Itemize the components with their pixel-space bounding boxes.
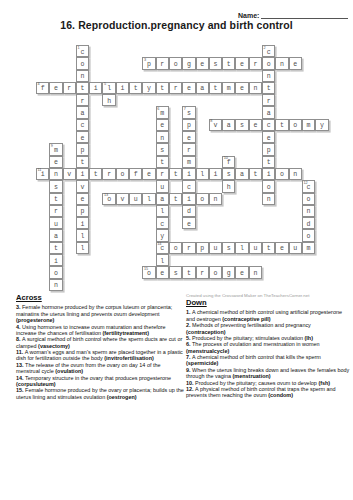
cell-letter: y <box>143 84 154 93</box>
cell-letter: v <box>64 170 75 179</box>
grid-cell-r16c14: s <box>222 242 235 254</box>
clue-item: 3. Female hormone produced by the corpus… <box>16 304 184 323</box>
cell-letter: r <box>263 97 274 106</box>
grid-cell-r11c3: v <box>76 180 89 192</box>
cell-letter: c <box>157 220 168 229</box>
grid-cell-r18c10: s <box>169 266 182 278</box>
grid-cell-r15c1: a <box>49 229 62 241</box>
clue-answer: (condom) <box>268 392 293 398</box>
grid-cell-r14c1: u <box>49 217 62 229</box>
grid-cell-r10c14: s <box>222 168 235 180</box>
cell-letter: t <box>170 170 181 179</box>
cell-letter: c <box>77 121 88 130</box>
cell-letter: v <box>210 121 221 130</box>
cell-letter: c <box>303 183 314 192</box>
down-clues-section: Down 1. A chemical method of birth contr… <box>186 299 350 399</box>
grid-cell-r13c20: n <box>302 205 315 217</box>
cell-letter: g <box>183 60 194 69</box>
clue-num-label: 12. <box>186 386 195 392</box>
cell-letter: h <box>223 183 234 192</box>
cell-letter: u <box>290 244 301 253</box>
grid-cell-r4c17: r <box>262 94 275 106</box>
cell-letter: t <box>50 195 61 204</box>
grid-cell-r1c15: e <box>235 57 248 69</box>
grid-cell-r7c3: e <box>76 131 89 143</box>
cell-letter: e <box>290 60 301 69</box>
cell-letter: i <box>183 195 194 204</box>
clue-item: 6. The process of ovulation and menstrua… <box>186 341 350 354</box>
clue-item: 1. A chemical method of birth control us… <box>186 309 350 322</box>
cell-letter: a <box>77 109 88 118</box>
grid-cell-r9c3: t <box>76 156 89 168</box>
clue-answer: (menstruation) <box>233 373 271 379</box>
grid-cell-r1c11: g <box>182 57 195 69</box>
cell-letter: r <box>170 84 181 93</box>
grid-cell-r6c19: o <box>289 119 302 131</box>
cell-letter: s <box>170 269 181 278</box>
cell-letter: t <box>210 84 221 93</box>
cell-letter: t <box>90 170 101 179</box>
cell-letter: i <box>37 170 48 179</box>
cell-letter: t <box>77 158 88 167</box>
grid-cell-r8c3: p <box>76 143 89 155</box>
grid-cell-r1c16: r <box>249 57 262 69</box>
grid-cell-r1c12: e <box>196 57 209 69</box>
cell-letter: n <box>157 134 168 143</box>
grid-cell-r16c17: t <box>262 242 275 254</box>
grid-cell-r14c11: e <box>182 217 195 229</box>
cell-letter: i <box>117 84 128 93</box>
cell-letter: a <box>197 84 208 93</box>
cell-letter: r <box>64 84 75 93</box>
cell-letter: i <box>90 84 101 93</box>
cell-letter: p <box>77 146 88 155</box>
grid-cell-r7c9: n <box>156 131 169 143</box>
grid-cell-r5c3: a <box>76 106 89 118</box>
cell-letter: e <box>250 121 261 130</box>
grid-cell-r13c11: d <box>182 205 195 217</box>
grid-cell-r10c13: i <box>209 168 222 180</box>
grid-cell-r10c19: n <box>289 168 302 180</box>
cell-letter: r <box>50 207 61 216</box>
cell-letter: s <box>223 244 234 253</box>
attribution-text: Created using the Crossword Maker on The… <box>186 293 350 298</box>
cell-letter: n <box>290 170 301 179</box>
cell-letter: r <box>183 244 194 253</box>
cell-letter: i <box>183 170 194 179</box>
grid-cell-r11c11: c <box>182 180 195 192</box>
grid-cell-r16c3: l <box>76 242 89 254</box>
cell-letter: t <box>170 195 181 204</box>
grid-cell-r12c11: i <box>182 193 195 205</box>
cell-letter: s <box>183 109 194 118</box>
cell-letter: e <box>236 60 247 69</box>
grid-cell-r2c17: n <box>262 70 275 82</box>
cell-letter: m <box>223 84 234 93</box>
cell-letter: m <box>303 244 314 253</box>
grid-cell-r3c3: t <box>76 82 89 94</box>
cell-letter: r <box>197 269 208 278</box>
clue-answer: (menstrualcycle) <box>186 348 229 354</box>
grid-cell-r16c20: m <box>302 242 315 254</box>
grid-cell-r1c19: e <box>289 57 302 69</box>
cell-letter: l <box>77 232 88 241</box>
grid-cell-r17c9: l <box>156 254 169 266</box>
cell-letter: i <box>77 170 88 179</box>
cell-letter: r <box>250 60 261 69</box>
across-clues-section: Across 3. Female hormone produced by the… <box>16 294 184 400</box>
cell-letter: o <box>303 195 314 204</box>
grid-cell-r10c2: v <box>63 168 76 180</box>
grid-cell-r14c9: c <box>156 217 169 229</box>
cell-letter: t <box>263 158 274 167</box>
cell-letter: p <box>143 60 154 69</box>
cell-letter: e <box>143 170 154 179</box>
grid-cell-r16c13: u <box>209 242 222 254</box>
grid-cell-r2c3: n <box>76 70 89 82</box>
cell-letter: u <box>210 244 221 253</box>
grid-cell-r10c10: t <box>169 168 182 180</box>
clue-item: 4. Using hormones to increase ovum matur… <box>16 324 184 337</box>
grid-cell-r14c20: d <box>302 217 315 229</box>
grid-cell-r6c14: a <box>222 119 235 131</box>
grid-cell-r7c17: e <box>262 131 275 143</box>
grid-cell-r0c3: 1c <box>76 45 89 57</box>
clue-item: 7. A chemical method of birth control th… <box>186 354 350 367</box>
cell-letter: c <box>183 183 194 192</box>
cell-letter: f <box>37 84 48 93</box>
grid-cell-r10c0: 11i <box>36 168 49 180</box>
cell-letter: e <box>157 269 168 278</box>
cell-letter: u <box>50 220 61 229</box>
grid-cell-r3c7: t <box>129 82 142 94</box>
grid-cell-r10c15: a <box>235 168 248 180</box>
cell-letter: o <box>263 60 274 69</box>
name-blank-line <box>261 10 348 19</box>
cell-letter: o <box>143 269 154 278</box>
cell-letter: e <box>157 121 168 130</box>
cell-letter: o <box>170 244 181 253</box>
grid-cell-r3c17: t <box>262 82 275 94</box>
grid-cell-r15c9: y <box>156 229 169 241</box>
cell-letter: o <box>197 195 208 204</box>
cell-letter: i <box>263 170 274 179</box>
cell-letter: e <box>263 134 274 143</box>
cell-letter: t <box>263 244 274 253</box>
grid-cell-r9c1: e <box>49 156 62 168</box>
clue-text: Female hormone produced by the ovary or … <box>16 387 184 399</box>
cell-letter: t <box>223 60 234 69</box>
grid-cell-r12c20: o <box>302 193 315 205</box>
cell-letter: o <box>50 269 61 278</box>
grid-cell-r18c12: r <box>196 266 209 278</box>
cell-letter: l <box>157 207 168 216</box>
grid-cell-r10c18: o <box>275 168 288 180</box>
cell-letter: m <box>183 158 194 167</box>
cell-letter: p <box>183 121 194 130</box>
grid-cell-r14c3: i <box>76 217 89 229</box>
cell-letter: s <box>157 146 168 155</box>
clue-answer: (spermicide) <box>186 360 218 366</box>
grid-cell-r6c18: t <box>275 119 288 131</box>
cell-letter: l <box>77 244 88 253</box>
cell-letter: s <box>50 183 61 192</box>
clue-num-label: 15. <box>16 387 25 393</box>
grid-cell-r11c9: u <box>156 180 169 192</box>
cell-letter: e <box>276 244 287 253</box>
clue-answer: (oestrogen) <box>107 394 137 400</box>
grid-cell-r1c13: s <box>209 57 222 69</box>
grid-cell-r10c3: i <box>76 168 89 180</box>
grid-cell-r16c1: t <box>49 242 62 254</box>
cell-letter: g <box>223 269 234 278</box>
clue-text: The process of ovulation and menstruatio… <box>192 341 320 347</box>
cell-letter: a <box>50 232 61 241</box>
cell-letter: t <box>263 84 274 93</box>
cell-letter: p <box>77 207 88 216</box>
grid-cell-r12c7: u <box>129 193 142 205</box>
cell-letter: n <box>210 195 221 204</box>
grid-cell-r18c9: e <box>156 266 169 278</box>
grid-cell-r10c12: l <box>196 168 209 180</box>
clue-text: The release of the ovum from the ovary o… <box>16 362 161 374</box>
cell-letter: r <box>157 60 168 69</box>
grid-cell-r9c17: t <box>262 156 275 168</box>
clue-answer: (contraception) <box>186 329 226 335</box>
grid-cell-r11c17: o <box>262 180 275 192</box>
cell-letter: i <box>50 257 61 266</box>
across-heading: Across <box>16 294 184 303</box>
cell-letter: t <box>276 121 287 130</box>
cell-letter: r <box>183 146 194 155</box>
cell-letter: n <box>77 72 88 81</box>
cell-letter: u <box>157 183 168 192</box>
cell-letter: l <box>236 244 247 253</box>
grid-cell-r11c14: h <box>222 180 235 192</box>
grid-cell-r3c15: e <box>235 82 248 94</box>
cell-letter: r <box>77 97 88 106</box>
clue-answer: (progesterone) <box>16 317 54 323</box>
cell-letter: h <box>103 97 114 106</box>
grid-cell-r18c11: t <box>182 266 195 278</box>
clue-item: 2. Methods of preventing fertilisation a… <box>186 322 350 335</box>
grid-cell-r0c17: 2c <box>262 45 275 57</box>
clue-item: 14. Temporary structure in the ovary tha… <box>16 375 184 388</box>
name-field: Name: <box>238 10 348 19</box>
grid-cell-r6c15: s <box>235 119 248 131</box>
cell-letter: d <box>183 207 194 216</box>
grid-cell-r10c6: o <box>116 168 129 180</box>
grid-cell-r3c13: t <box>209 82 222 94</box>
grid-cell-r3c0: 4f <box>36 82 49 94</box>
grid-cell-r16c19: u <box>289 242 302 254</box>
grid-cell-r18c16: n <box>249 266 262 278</box>
cell-letter: c <box>263 48 274 57</box>
cell-letter: e <box>50 84 61 93</box>
grid-cell-r10c1: n <box>49 168 62 180</box>
grid-cell-r12c17: n <box>262 193 275 205</box>
cell-letter: y <box>316 121 327 130</box>
cell-letter: t <box>77 84 88 93</box>
clue-text: Produced by the pituitary; stimulates ov… <box>192 335 304 341</box>
cell-letter: d <box>303 220 314 229</box>
grid-cell-r12c12: o <box>196 193 209 205</box>
cell-letter: e <box>183 84 194 93</box>
grid-cell-r3c4: i <box>89 82 102 94</box>
grid-cell-r8c17: p <box>262 143 275 155</box>
cell-letter: e <box>77 134 88 143</box>
grid-cell-r10c11: i <box>182 168 195 180</box>
grid-cell-r5c17: a <box>262 106 275 118</box>
clue-answer: (vasectomy) <box>38 343 70 349</box>
grid-cell-r12c3: e <box>76 193 89 205</box>
cell-letter: u <box>250 244 261 253</box>
cell-letter: e <box>77 195 88 204</box>
clue-text: A physical method of birth control that … <box>186 386 336 398</box>
grid-cell-r17c1: i <box>49 254 62 266</box>
cell-letter: r <box>103 170 114 179</box>
grid-cell-r10c16: t <box>249 168 262 180</box>
cell-letter: f <box>223 158 234 167</box>
grid-cell-r1c14: t <box>222 57 235 69</box>
grid-cell-r6c20: m <box>302 119 315 131</box>
cell-letter: t <box>157 158 168 167</box>
grid-cell-r9c9: t <box>156 156 169 168</box>
grid-cell-r3c1: e <box>49 82 62 94</box>
cell-letter: o <box>290 121 301 130</box>
cell-letter: n <box>276 60 287 69</box>
grid-cell-r18c13: o <box>209 266 222 278</box>
grid-cell-r13c3: p <box>76 205 89 217</box>
grid-cell-r1c3: o <box>76 57 89 69</box>
clue-text: A woman's eggs and man's sperm are place… <box>16 349 183 361</box>
grid-cell-r12c13: n <box>209 193 222 205</box>
clue-answer: (lh) <box>304 335 312 341</box>
name-label: Name: <box>238 12 259 19</box>
grid-cell-r6c21: y <box>315 119 328 131</box>
grid-cell-r12c8: l <box>142 193 155 205</box>
cell-letter: i <box>77 220 88 229</box>
cell-letter: o <box>303 232 314 241</box>
cell-letter: o <box>103 195 114 204</box>
grid-cell-r10c17: i <box>262 168 275 180</box>
cell-letter: m <box>303 121 314 130</box>
cell-letter: s <box>210 60 221 69</box>
grid-cell-r9c11: m <box>182 156 195 168</box>
cell-letter: l <box>197 170 208 179</box>
cell-letter: a <box>223 121 234 130</box>
cell-letter: l <box>103 84 114 93</box>
grid-cell-r12c9: a <box>156 193 169 205</box>
cell-letter: o <box>276 170 287 179</box>
grid-cell-r1c17: o <box>262 57 275 69</box>
cell-letter: o <box>77 60 88 69</box>
grid-cell-r5c11: 7s <box>182 106 195 118</box>
cell-letter: a <box>263 109 274 118</box>
cell-letter: n <box>250 84 261 93</box>
grid-cell-r15c3: l <box>76 229 89 241</box>
cell-letter: y <box>157 232 168 241</box>
clue-answer: (corpusluteum) <box>16 381 56 387</box>
cell-letter: e <box>197 60 208 69</box>
worksheet-page: { "game": "crossword", "header": { "name… <box>0 0 353 500</box>
grid-cell-r3c2: r <box>63 82 76 94</box>
cell-letter: p <box>263 146 274 155</box>
clue-num-label: 10. <box>186 380 195 386</box>
grid-cell-r12c6: v <box>116 193 129 205</box>
cell-letter: o <box>117 170 128 179</box>
grid-cell-r16c16: u <box>249 242 262 254</box>
cell-letter: c <box>263 121 274 130</box>
crossword-grid: 1c2co3progesteronenn4ferti5litytreatment… <box>36 45 329 291</box>
grid-cell-r8c9: s <box>156 143 169 155</box>
grid-cell-r10c9: r <box>156 168 169 180</box>
cell-letter: l <box>157 257 168 266</box>
cell-letter: n <box>50 170 61 179</box>
grid-cell-r18c14: g <box>222 266 235 278</box>
clue-item: 9. When the uterus lining breaks down an… <box>186 367 350 380</box>
clue-text: Methods of preventing fertilisation and … <box>192 322 311 328</box>
cell-letter: m <box>157 109 168 118</box>
grid-cell-r12c5: 13o <box>102 193 115 205</box>
grid-cell-r3c14: m <box>222 82 235 94</box>
cell-letter: n <box>263 72 274 81</box>
cell-letter: a <box>236 170 247 179</box>
cell-letter: t <box>183 269 194 278</box>
cell-letter: c <box>157 244 168 253</box>
cell-letter: n <box>50 281 61 290</box>
cell-letter: e <box>183 220 194 229</box>
grid-cell-r4c3: r <box>76 94 89 106</box>
clue-answer: (ovulation) <box>55 368 83 374</box>
grid-cell-r10c4: t <box>89 168 102 180</box>
clue-num-label: 13. <box>16 362 25 368</box>
cell-letter: a <box>157 195 168 204</box>
cell-letter: t <box>250 170 261 179</box>
grid-cell-r12c10: t <box>169 193 182 205</box>
cell-letter: r <box>157 170 168 179</box>
cell-letter: v <box>117 195 128 204</box>
down-heading: Down <box>186 299 350 308</box>
cell-letter: e <box>50 158 61 167</box>
grid-cell-r12c1: t <box>49 193 62 205</box>
cell-letter: t <box>157 84 168 93</box>
grid-cell-r8c11: r <box>182 143 195 155</box>
clue-text: Female hormone produced by the corpus lu… <box>16 304 172 316</box>
page-title: 16. Reproduction.pregnancy and birth con… <box>0 19 353 31</box>
grid-cell-r3c8: y <box>142 82 155 94</box>
grid-cell-r3c10: r <box>169 82 182 94</box>
grid-cell-r16c10: o <box>169 242 182 254</box>
grid-cell-r3c5: 5l <box>102 82 115 94</box>
grid-cell-r1c10: o <box>169 57 182 69</box>
cell-letter: i <box>210 170 221 179</box>
clue-item: 15. Female hormone produced by the ovary… <box>16 387 184 400</box>
grid-cell-r3c12: a <box>196 82 209 94</box>
clue-num-label: 11. <box>16 349 25 355</box>
grid-cell-r1c18: n <box>275 57 288 69</box>
grid-cell-r15c20: o <box>302 229 315 241</box>
cell-letter: e <box>183 134 194 143</box>
cell-letter: o <box>170 60 181 69</box>
grid-cell-r18c15: e <box>235 266 248 278</box>
down-clue-list: 1. A chemical method of birth control us… <box>186 309 350 398</box>
grid-cell-r1c9: r <box>156 57 169 69</box>
grid-cell-r10c5: r <box>102 168 115 180</box>
clue-text: Temporary structure in the ovary that pr… <box>25 375 171 381</box>
clue-item: 12. A physical method of birth control t… <box>186 386 350 399</box>
grid-cell-r3c6: i <box>116 82 129 94</box>
